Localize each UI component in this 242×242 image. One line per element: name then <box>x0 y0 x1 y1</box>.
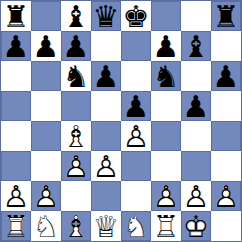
square-c7[interactable]: ♟ <box>61 31 91 61</box>
piece-white-knight[interactable]: ♞♘ <box>121 211 151 241</box>
piece-outline: ♔ <box>181 211 211 241</box>
square-d7[interactable] <box>91 31 121 61</box>
square-e1[interactable]: ♞♘ <box>121 211 151 241</box>
square-c1[interactable]: ♝♗ <box>61 211 91 241</box>
piece-white-bishop[interactable]: ♝♗ <box>61 121 91 151</box>
square-e4[interactable]: ♟♙ <box>121 121 151 151</box>
piece-black-pawn[interactable]: ♟ <box>31 31 61 61</box>
square-h2[interactable]: ♟♙ <box>211 181 241 211</box>
square-f4[interactable] <box>151 121 181 151</box>
piece-white-queen[interactable]: ♛♕ <box>91 211 121 241</box>
piece-outline: ♕ <box>91 211 121 241</box>
square-c8[interactable]: ♝ <box>61 1 91 31</box>
square-c6[interactable]: ♞ <box>61 61 91 91</box>
square-a4[interactable] <box>1 121 31 151</box>
square-a8[interactable]: ♜ <box>1 1 31 31</box>
piece-white-pawn[interactable]: ♟♙ <box>121 121 151 151</box>
square-a6[interactable] <box>1 61 31 91</box>
piece-outline: ♗ <box>61 211 91 241</box>
piece-white-pawn[interactable]: ♟♙ <box>61 151 91 181</box>
piece-black-bishop[interactable]: ♝ <box>61 1 91 31</box>
square-g3[interactable] <box>181 151 211 181</box>
piece-black-pawn[interactable]: ♟ <box>121 91 151 121</box>
piece-black-rook[interactable]: ♜ <box>1 1 31 31</box>
piece-outline: ♙ <box>181 181 211 211</box>
square-a3[interactable] <box>1 151 31 181</box>
piece-black-queen[interactable]: ♛ <box>91 1 121 31</box>
square-h8[interactable]: ♜ <box>211 1 241 31</box>
piece-outline: ♙ <box>151 181 181 211</box>
piece-black-pawn[interactable]: ♟ <box>211 61 241 91</box>
square-g7[interactable]: ♝ <box>181 31 211 61</box>
piece-white-king[interactable]: ♚♔ <box>181 211 211 241</box>
square-f3[interactable] <box>151 151 181 181</box>
square-g2[interactable]: ♟♙ <box>181 181 211 211</box>
square-e8[interactable]: ♚ <box>121 1 151 31</box>
piece-black-pawn[interactable]: ♟ <box>151 31 181 61</box>
square-d4[interactable] <box>91 121 121 151</box>
square-e2[interactable] <box>121 181 151 211</box>
square-d8[interactable]: ♛ <box>91 1 121 31</box>
square-c4[interactable]: ♝♗ <box>61 121 91 151</box>
square-b3[interactable] <box>31 151 61 181</box>
piece-white-pawn[interactable]: ♟♙ <box>91 151 121 181</box>
piece-white-knight[interactable]: ♞♘ <box>31 211 61 241</box>
chess-board: ♜♝♛♚♜♟♟♟♟♝♞♟♞♟♟♟♝♗♟♙♟♙♟♙♟♙♟♙♟♙♟♙♟♙♜♖♞♘♝♗… <box>0 0 242 242</box>
piece-white-pawn[interactable]: ♟♙ <box>151 181 181 211</box>
square-b1[interactable]: ♞♘ <box>31 211 61 241</box>
square-h5[interactable] <box>211 91 241 121</box>
square-g8[interactable] <box>181 1 211 31</box>
piece-white-rook[interactable]: ♜♖ <box>1 211 31 241</box>
square-b7[interactable]: ♟ <box>31 31 61 61</box>
square-e7[interactable] <box>121 31 151 61</box>
square-h4[interactable] <box>211 121 241 151</box>
square-b5[interactable] <box>31 91 61 121</box>
square-b6[interactable] <box>31 61 61 91</box>
square-c2[interactable] <box>61 181 91 211</box>
piece-white-bishop[interactable]: ♝♗ <box>61 211 91 241</box>
square-f2[interactable]: ♟♙ <box>151 181 181 211</box>
piece-white-pawn[interactable]: ♟♙ <box>211 181 241 211</box>
square-f5[interactable] <box>151 91 181 121</box>
piece-black-rook[interactable]: ♜ <box>211 1 241 31</box>
square-h6[interactable]: ♟ <box>211 61 241 91</box>
square-g6[interactable] <box>181 61 211 91</box>
square-a5[interactable] <box>1 91 31 121</box>
square-h3[interactable] <box>211 151 241 181</box>
square-d5[interactable] <box>91 91 121 121</box>
piece-black-pawn[interactable]: ♟ <box>91 61 121 91</box>
piece-black-pawn[interactable]: ♟ <box>181 91 211 121</box>
piece-outline: ♙ <box>1 181 31 211</box>
square-b2[interactable]: ♟♙ <box>31 181 61 211</box>
piece-black-knight[interactable]: ♞ <box>61 61 91 91</box>
square-g4[interactable] <box>181 121 211 151</box>
piece-outline: ♘ <box>121 211 151 241</box>
square-f6[interactable]: ♞ <box>151 61 181 91</box>
piece-white-pawn[interactable]: ♟♙ <box>181 181 211 211</box>
piece-outline: ♙ <box>61 151 91 181</box>
piece-white-pawn[interactable]: ♟♙ <box>31 181 61 211</box>
square-d2[interactable] <box>91 181 121 211</box>
piece-outline: ♖ <box>151 211 181 241</box>
square-e5[interactable]: ♟ <box>121 91 151 121</box>
square-f7[interactable]: ♟ <box>151 31 181 61</box>
piece-black-knight[interactable]: ♞ <box>151 61 181 91</box>
square-d3[interactable]: ♟♙ <box>91 151 121 181</box>
square-c3[interactable]: ♟♙ <box>61 151 91 181</box>
square-a2[interactable]: ♟♙ <box>1 181 31 211</box>
square-f8[interactable] <box>151 1 181 31</box>
piece-black-pawn[interactable]: ♟ <box>61 31 91 61</box>
square-a1[interactable]: ♜♖ <box>1 211 31 241</box>
piece-black-king[interactable]: ♚ <box>121 1 151 31</box>
piece-outline: ♙ <box>91 151 121 181</box>
square-h1[interactable] <box>211 211 241 241</box>
square-g5[interactable]: ♟ <box>181 91 211 121</box>
piece-outline: ♙ <box>211 181 241 211</box>
square-e3[interactable] <box>121 151 151 181</box>
piece-outline: ♖ <box>1 211 31 241</box>
square-c5[interactable] <box>61 91 91 121</box>
piece-outline: ♙ <box>121 121 151 151</box>
square-f1[interactable]: ♜♖ <box>151 211 181 241</box>
piece-outline: ♙ <box>31 181 61 211</box>
square-a7[interactable]: ♟ <box>1 31 31 61</box>
square-b8[interactable] <box>31 1 61 31</box>
square-b4[interactable] <box>31 121 61 151</box>
piece-outline: ♗ <box>61 121 91 151</box>
square-g1[interactable]: ♚♔ <box>181 211 211 241</box>
square-d6[interactable]: ♟ <box>91 61 121 91</box>
piece-black-pawn[interactable]: ♟ <box>1 31 31 61</box>
piece-black-bishop[interactable]: ♝ <box>181 31 211 61</box>
piece-outline: ♘ <box>31 211 61 241</box>
piece-white-rook[interactable]: ♜♖ <box>151 211 181 241</box>
piece-white-pawn[interactable]: ♟♙ <box>1 181 31 211</box>
square-d1[interactable]: ♛♕ <box>91 211 121 241</box>
square-e6[interactable] <box>121 61 151 91</box>
square-h7[interactable] <box>211 31 241 61</box>
